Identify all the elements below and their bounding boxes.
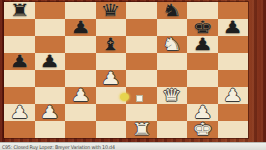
white-pawn-c3: ♟: [70, 87, 91, 104]
square-e6[interactable]: [126, 36, 157, 53]
white-queen-f3: ♛: [161, 87, 182, 104]
square-a3[interactable]: [4, 87, 35, 104]
square-d1[interactable]: [96, 121, 127, 138]
square-h4[interactable]: [218, 70, 249, 87]
square-f8[interactable]: ♞: [157, 2, 188, 19]
black-pawn-g6: ♟: [192, 36, 213, 53]
square-b7[interactable]: [35, 19, 66, 36]
square-d8[interactable]: ♛: [96, 2, 127, 19]
white-pawn-h3: ♟: [222, 87, 243, 104]
square-f5[interactable]: [157, 53, 188, 70]
white-pawn-d4: ♟: [100, 70, 121, 87]
chess-board: ♜♛♞♟♚♟♝♞♟♟♟♟♟♛♟♟♟♟♜♚: [4, 2, 248, 138]
square-e5[interactable]: [126, 53, 157, 70]
square-h8[interactable]: [218, 2, 249, 19]
square-g7[interactable]: ♚: [187, 19, 218, 36]
square-g6[interactable]: ♟: [187, 36, 218, 53]
square-e2[interactable]: [126, 104, 157, 121]
square-h6[interactable]: [218, 36, 249, 53]
caption-bar: C95: Closed Ruy Lopez: Breyer Variation …: [0, 142, 266, 150]
white-pawn-g2: ♟: [192, 104, 213, 121]
white-rook-e1: ♜: [131, 121, 152, 138]
square-g5[interactable]: [187, 53, 218, 70]
square-d7[interactable]: [96, 19, 127, 36]
square-a1[interactable]: [4, 121, 35, 138]
black-queen-d8: ♛: [100, 2, 121, 19]
square-b2[interactable]: ♟: [35, 104, 66, 121]
black-rook-a8: ♜: [9, 2, 30, 19]
square-a5[interactable]: ♟: [4, 53, 35, 70]
square-g1[interactable]: ♚: [187, 121, 218, 138]
white-pawn-a2: ♟: [9, 104, 30, 121]
white-knight-f6: ♞: [161, 36, 182, 53]
square-d5[interactable]: [96, 53, 127, 70]
square-e7[interactable]: [126, 19, 157, 36]
square-e4[interactable]: [126, 70, 157, 87]
square-f6[interactable]: ♞: [157, 36, 188, 53]
square-b5[interactable]: ♟: [35, 53, 66, 70]
black-bishop-d6: ♝: [100, 36, 121, 53]
black-king-g7: ♚: [192, 19, 213, 36]
black-pawn-c7: ♟: [70, 19, 91, 36]
yellow-highlight-dot: [120, 93, 129, 101]
square-g4[interactable]: [187, 70, 218, 87]
black-pawn-b5: ♟: [39, 53, 60, 70]
square-g8[interactable]: [187, 2, 218, 19]
square-a4[interactable]: [4, 70, 35, 87]
square-h2[interactable]: [218, 104, 249, 121]
caption-text: C95: Closed Ruy Lopez: Breyer Variation …: [0, 144, 115, 150]
black-knight-f8: ♞: [161, 2, 182, 19]
square-e8[interactable]: [126, 2, 157, 19]
square-e1[interactable]: ♜: [126, 121, 157, 138]
square-f4[interactable]: [157, 70, 188, 87]
square-f2[interactable]: [157, 104, 188, 121]
square-c6[interactable]: [65, 36, 96, 53]
black-pawn-a5: ♟: [9, 53, 30, 70]
square-h7[interactable]: ♟: [218, 19, 249, 36]
square-h3[interactable]: ♟: [218, 87, 249, 104]
square-b6[interactable]: [35, 36, 66, 53]
black-pawn-h7: ♟: [222, 19, 243, 36]
square-b4[interactable]: [35, 70, 66, 87]
square-a2[interactable]: ♟: [4, 104, 35, 121]
square-b1[interactable]: [35, 121, 66, 138]
square-c5[interactable]: [65, 53, 96, 70]
white-square-dot: [136, 95, 143, 102]
square-c3[interactable]: ♟: [65, 87, 96, 104]
square-c2[interactable]: [65, 104, 96, 121]
square-f3[interactable]: ♛: [157, 87, 188, 104]
square-f1[interactable]: [157, 121, 188, 138]
chess-app-window: ♜♛♞♟♚♟♝♞♟♟♟♟♟♛♟♟♟♟♜♚ C95: Closed Ruy Lop…: [0, 0, 266, 150]
square-d4[interactable]: ♟: [96, 70, 127, 87]
square-g3[interactable]: [187, 87, 218, 104]
square-g2[interactable]: ♟: [187, 104, 218, 121]
square-c7[interactable]: ♟: [65, 19, 96, 36]
white-king-g1: ♚: [192, 121, 213, 138]
square-c1[interactable]: [65, 121, 96, 138]
square-h1[interactable]: [218, 121, 249, 138]
square-d6[interactable]: ♝: [96, 36, 127, 53]
square-d2[interactable]: [96, 104, 127, 121]
square-b3[interactable]: [35, 87, 66, 104]
square-c8[interactable]: [65, 2, 96, 19]
square-b8[interactable]: [35, 2, 66, 19]
square-h5[interactable]: [218, 53, 249, 70]
square-a7[interactable]: [4, 19, 35, 36]
square-a8[interactable]: ♜: [4, 2, 35, 19]
square-c4[interactable]: [65, 70, 96, 87]
square-a6[interactable]: [4, 36, 35, 53]
square-f7[interactable]: [157, 19, 188, 36]
white-pawn-b2: ♟: [39, 104, 60, 121]
